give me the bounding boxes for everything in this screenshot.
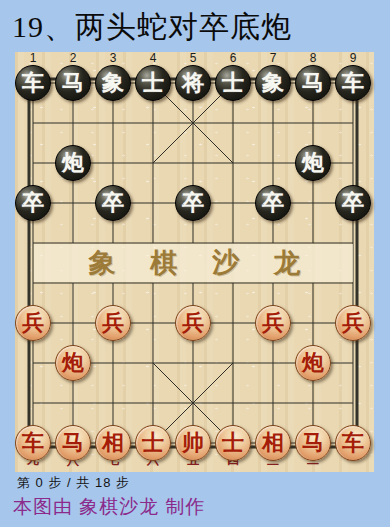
piece-red-兵-c5r7[interactable]: 兵	[175, 305, 211, 341]
col-label-top-6: 6	[221, 51, 245, 65]
piece-black-车-c9r1[interactable]: 车	[335, 65, 371, 101]
piece-red-士-c6r10[interactable]: 士	[215, 425, 251, 461]
piece-red-帅-c5r10[interactable]: 帅	[175, 425, 211, 461]
piece-black-象-c7r1[interactable]: 象	[255, 65, 291, 101]
piece-red-车-c9r10[interactable]: 车	[335, 425, 371, 461]
col-label-top-2: 2	[61, 51, 85, 65]
piece-black-马-c2r1[interactable]: 马	[55, 65, 91, 101]
xiangqi-board[interactable]: 象 棋 沙 龙 123456789 九八七六五四三二一 车马象士将士象马车炮炮卒…	[15, 52, 374, 472]
piece-black-象-c3r1[interactable]: 象	[95, 65, 131, 101]
credit-text: 本图由 象棋沙龙 制作	[13, 495, 206, 519]
piece-red-马-c8r10[interactable]: 马	[295, 425, 331, 461]
piece-red-马-c2r10[interactable]: 马	[55, 425, 91, 461]
piece-black-将-c5r1[interactable]: 将	[175, 65, 211, 101]
xiangqi-app: 19、两头蛇对卒底炮 象 棋 沙 龙 123456789 九八七六五四三二一 车…	[0, 0, 390, 527]
piece-red-兵-c7r7[interactable]: 兵	[255, 305, 291, 341]
piece-red-兵-c3r7[interactable]: 兵	[95, 305, 131, 341]
col-label-top-5: 5	[181, 51, 205, 65]
piece-red-兵-c9r7[interactable]: 兵	[335, 305, 371, 341]
page-title: 19、两头蛇对卒底炮	[12, 6, 292, 48]
col-label-top-1: 1	[21, 51, 45, 65]
col-label-top-9: 9	[341, 51, 365, 65]
piece-red-车-c1r10[interactable]: 车	[15, 425, 51, 461]
col-label-top-7: 7	[261, 51, 285, 65]
piece-red-相-c3r10[interactable]: 相	[95, 425, 131, 461]
piece-black-车-c1r1[interactable]: 车	[15, 65, 51, 101]
piece-red-兵-c1r7[interactable]: 兵	[15, 305, 51, 341]
col-label-top-3: 3	[101, 51, 125, 65]
piece-black-卒-c5r4[interactable]: 卒	[175, 185, 211, 221]
piece-black-士-c6r1[interactable]: 士	[215, 65, 251, 101]
move-counter: 第 0 步 / 共 18 步	[17, 475, 130, 491]
piece-red-炮-c8r8[interactable]: 炮	[295, 345, 331, 381]
piece-black-马-c8r1[interactable]: 马	[295, 65, 331, 101]
piece-black-卒-c1r4[interactable]: 卒	[15, 185, 51, 221]
piece-black-炮-c8r3[interactable]: 炮	[295, 145, 331, 181]
river-text: 象 棋 沙 龙	[15, 248, 374, 278]
col-label-top-4: 4	[141, 51, 165, 65]
col-label-top-8: 8	[301, 51, 325, 65]
piece-red-炮-c2r8[interactable]: 炮	[55, 345, 91, 381]
piece-red-相-c7r10[interactable]: 相	[255, 425, 291, 461]
piece-red-士-c4r10[interactable]: 士	[135, 425, 171, 461]
piece-black-卒-c3r4[interactable]: 卒	[95, 185, 131, 221]
piece-black-卒-c9r4[interactable]: 卒	[335, 185, 371, 221]
piece-black-炮-c2r3[interactable]: 炮	[55, 145, 91, 181]
piece-black-士-c4r1[interactable]: 士	[135, 65, 171, 101]
piece-black-卒-c7r4[interactable]: 卒	[255, 185, 291, 221]
